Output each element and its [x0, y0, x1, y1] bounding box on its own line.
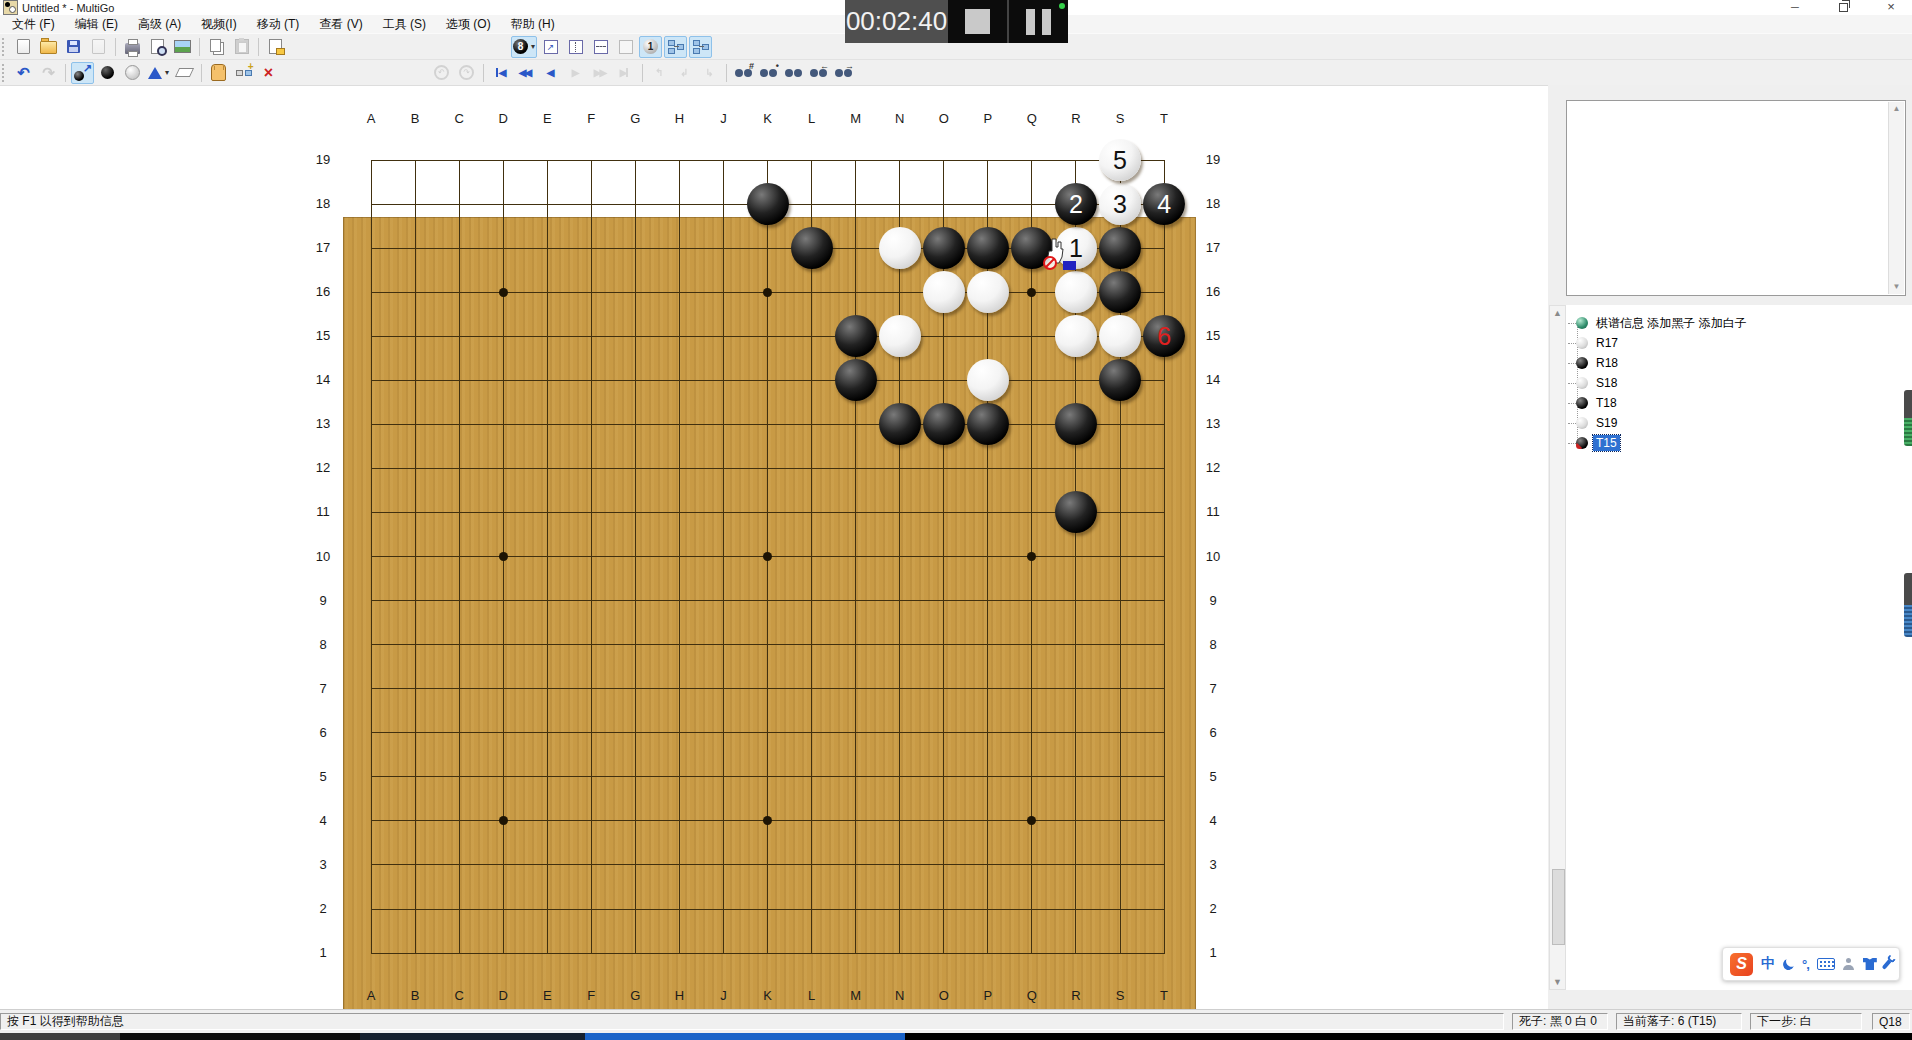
pan-hand-button[interactable] — [207, 62, 230, 84]
app-icon — [3, 0, 18, 15]
recording-stop-button[interactable] — [948, 0, 1007, 43]
find-next-button[interactable]: → — [832, 62, 855, 84]
new-file-button[interactable] — [12, 36, 35, 58]
recording-pause-button[interactable] — [1007, 0, 1068, 43]
tree-layout-button[interactable] — [689, 36, 712, 58]
find-next-icon: → — [835, 67, 852, 80]
dotted-board-icon — [569, 40, 583, 54]
add-white-stone-button[interactable] — [121, 62, 144, 84]
menu-item-帮助 (H)[interactable]: 帮助 (H) — [501, 15, 565, 34]
dashed-board-icon — [594, 40, 608, 54]
first-move-icon: ◀ — [495, 68, 507, 78]
eraser-button[interactable] — [173, 62, 196, 84]
find-button[interactable] — [782, 62, 805, 84]
show-current-number-button[interactable]: 1 — [639, 36, 662, 58]
properties-icon — [269, 39, 282, 54]
tree-move-icon — [693, 40, 709, 54]
new-file-icon — [17, 39, 30, 54]
taskbar-segment — [360, 1033, 585, 1040]
save-disk-icon — [67, 40, 80, 53]
taskbar-segment — [585, 1033, 905, 1040]
prev-variation-button[interactable]: ↲ — [673, 62, 696, 84]
insert-node-button[interactable]: + — [232, 62, 255, 84]
numbered-stone-icon: 8 — [513, 39, 528, 54]
tree-connector — [1568, 343, 1576, 344]
ime-toolbar: S 中 °, — [1722, 947, 1900, 981]
multigo-window: Untitled * - MultiGo ─ × 文件 (F)编辑 (E)高级 … — [0, 0, 1912, 1040]
taskbar-segment — [905, 1033, 1912, 1040]
back-icon: ◀ — [547, 68, 555, 78]
redo-icon: ↷ — [42, 65, 55, 80]
root-node-icon — [1576, 317, 1588, 329]
comment-box[interactable]: ▲ ▼ — [1566, 100, 1906, 296]
board-scroll-up-icon[interactable]: ▲ — [1550, 308, 1565, 318]
stone-one-icon: 1 — [643, 39, 658, 54]
comment-scrollbar[interactable]: ▲ ▼ — [1888, 102, 1904, 294]
goban[interactable] — [343, 217, 1196, 1040]
fast-back-icon: ◀◀ — [519, 68, 532, 78]
game-tree-view-button[interactable] — [664, 36, 687, 58]
redo-button[interactable]: ↷ — [37, 62, 60, 84]
export-image-button[interactable] — [171, 36, 194, 58]
tree-node-label: T18 — [1593, 395, 1620, 411]
tree-node-T15[interactable]: T15 — [1568, 433, 1620, 453]
printer-icon — [125, 43, 140, 54]
find-prev-icon: ← — [810, 67, 827, 80]
menu-item-高级 (A)[interactable]: 高级 (A) — [128, 15, 191, 34]
go-first-move-button[interactable]: ◀ — [489, 62, 512, 84]
delete-x-icon: × — [264, 65, 273, 81]
taskbar-segment — [120, 1033, 360, 1040]
show-node-marks-button[interactable] — [589, 36, 612, 58]
marker-triangle-icon — [148, 67, 162, 79]
open-file-button[interactable] — [37, 36, 60, 58]
close-button[interactable]: × — [1874, 0, 1908, 15]
next-variation-icon: ↳ — [705, 68, 713, 78]
rotate-left-button[interactable]: ↶ — [430, 62, 453, 84]
hand-icon — [211, 64, 226, 81]
stone-node-icon-current — [1576, 437, 1588, 449]
fast-forward-icon: ▶▶ — [594, 68, 607, 78]
show-variation-marks-button[interactable] — [564, 36, 587, 58]
move-number-display-button[interactable]: 8 ▾ — [511, 36, 537, 58]
scroll-down-icon[interactable]: ▼ — [1889, 280, 1904, 294]
stop-icon — [965, 9, 990, 34]
status-help: 按 F1 以得到帮助信息 — [0, 1013, 1504, 1030]
add-marker-button[interactable]: ▾ — [146, 62, 171, 84]
tree-connector — [1568, 423, 1576, 424]
edge-tab-green[interactable] — [1904, 390, 1912, 446]
branch-up-icon: ↰ — [655, 68, 663, 78]
board-scroll-down-icon[interactable]: ▼ — [1550, 977, 1565, 987]
find-point-icon: • — [760, 67, 777, 80]
tree-node-label: R18 — [1593, 355, 1621, 371]
board-client-area — [0, 85, 1548, 1010]
prev-variation-icon: ↲ — [680, 68, 688, 78]
copy-button[interactable] — [205, 36, 228, 58]
status-next-move: 下一步: 白 — [1750, 1013, 1862, 1030]
toolbar-grip2[interactable] — [2, 64, 8, 82]
recording-timer: 00:02:40 — [845, 0, 948, 43]
last-move-icon: ▶ — [620, 68, 632, 78]
board-scroll-thumb[interactable] — [1552, 869, 1565, 945]
tree-node-label: 棋谱信息 添加黑子 添加白子 — [1593, 314, 1750, 333]
tree-node-R18[interactable]: R18 — [1568, 353, 1621, 373]
menu-item-移动 (T)[interactable]: 移动 (T) — [247, 15, 310, 34]
delete-node-button[interactable]: × — [257, 62, 280, 84]
status-cursor-coord: Q18 — [1872, 1013, 1910, 1030]
image-icon — [174, 40, 191, 53]
tree-node-T18[interactable]: T18 — [1568, 393, 1620, 413]
paste-button[interactable] — [230, 36, 253, 58]
edge-tab-blue[interactable] — [1904, 573, 1912, 637]
save-all-button[interactable] — [87, 36, 110, 58]
tree-connector — [1568, 403, 1576, 404]
find-move-at-point-button[interactable]: • — [757, 62, 780, 84]
tree-connector — [1568, 363, 1576, 364]
go-last-move-button[interactable]: ▶ — [614, 62, 637, 84]
menu-item-文件 (F)[interactable]: 文件 (F) — [2, 15, 65, 34]
forward-10-moves-button[interactable]: ▶▶ — [589, 62, 612, 84]
statusbar: 按 F1 以得到帮助信息 死子: 黑 0 白 0 当前落子: 6 (T15) 下… — [0, 1009, 1912, 1034]
pause-icon — [1026, 9, 1051, 35]
screen-recorder-overlay: 00:02:40 — [845, 0, 1068, 43]
tree-node-label: S18 — [1593, 375, 1620, 391]
board-scrollbar[interactable]: ▲ ▼ — [1549, 305, 1566, 990]
empty-board-icon — [619, 40, 633, 54]
rotate-left-icon: ↶ — [434, 65, 449, 80]
tree-node-label: S19 — [1593, 415, 1620, 431]
rotate-right-icon: ↷ — [459, 65, 474, 80]
chevron-down-icon: ▾ — [531, 42, 535, 51]
tree-node-root[interactable]: 棋谱信息 添加黑子 添加白子 — [1568, 313, 1750, 333]
menu-item-视频(I)[interactable]: 视频(I) — [191, 15, 246, 34]
stone-node-icon-black — [1576, 357, 1588, 369]
board-orientation-button[interactable]: ↗ — [539, 36, 562, 58]
branch-up-button[interactable]: ↰ — [648, 62, 671, 84]
rotate-right-button[interactable]: ↷ — [455, 62, 478, 84]
punctuation-icon[interactable]: °, — [1802, 957, 1809, 972]
black-stone-icon — [101, 66, 114, 79]
recording-indicator-dot — [1059, 3, 1065, 9]
undo-icon: ↶ — [17, 65, 30, 80]
scroll-up-icon[interactable]: ▲ — [1889, 102, 1904, 116]
tree-node-label: T15 — [1593, 435, 1620, 451]
copy-icon — [210, 39, 221, 52]
toolbar-grip[interactable] — [2, 38, 8, 56]
undo-button[interactable]: ↶ — [12, 62, 35, 84]
back-10-moves-button[interactable]: ◀◀ — [514, 62, 537, 84]
paste-icon — [235, 39, 249, 54]
tree-node-R17[interactable]: R17 — [1568, 333, 1621, 353]
menu-item-选项 (O)[interactable]: 选项 (O) — [436, 15, 501, 34]
save-all-icon — [92, 39, 105, 54]
insert-node-icon: + — [236, 66, 252, 79]
next-variation-button[interactable]: ↳ — [698, 62, 721, 84]
add-black-stone-button[interactable] — [96, 62, 119, 84]
tree-connector — [1568, 323, 1576, 324]
stone-arrow-icon: ↗ — [74, 65, 91, 81]
game-tree-panel: 棋谱信息 添加黑子 添加白子R17R18S18T18S19T15 — [1566, 305, 1912, 990]
find-move-by-number-button[interactable]: # — [732, 62, 755, 84]
back-one-move-button[interactable]: ◀ — [539, 62, 562, 84]
stone-node-icon-black — [1576, 397, 1588, 409]
restore-button[interactable] — [1826, 0, 1860, 15]
full-half-width-icon[interactable] — [1781, 957, 1795, 971]
tree-connector — [1568, 383, 1576, 384]
plain-board-button[interactable] — [614, 36, 637, 58]
taskbar-segment — [0, 1033, 120, 1040]
arrow-box-icon: ↗ — [544, 40, 558, 54]
marker-dropdown-icon[interactable]: ▾ — [165, 68, 169, 77]
chinese-mode-icon[interactable]: 中 — [1761, 955, 1775, 973]
game-info-button[interactable] — [264, 36, 287, 58]
white-stone-icon — [125, 65, 140, 80]
menu-item-工具 (S)[interactable]: 工具 (S) — [373, 15, 436, 34]
sogou-logo-icon[interactable]: S — [1730, 953, 1753, 976]
open-folder-icon — [40, 41, 57, 54]
tree-node-S19[interactable]: S19 — [1568, 413, 1620, 433]
toolbar-edit-navigate: ↶ ↷ ↗ ▾ + × ↶ ↷ ◀ ◀◀ ◀ ▶ ▶▶ ▶ ↰ ↲ ↳ # • … — [0, 59, 1912, 85]
tree-node-S18[interactable]: S18 — [1568, 373, 1620, 393]
find-number-icon: # — [735, 67, 752, 80]
stone-node-icon-white — [1576, 417, 1588, 429]
clipboard-icon[interactable] — [1843, 958, 1855, 970]
tree-node-label: R17 — [1593, 335, 1621, 351]
print-preview-button[interactable] — [146, 36, 169, 58]
stone-node-icon-white — [1576, 377, 1588, 389]
minimize-button[interactable]: ─ — [1778, 0, 1812, 15]
settings-wrench-icon[interactable] — [1881, 958, 1892, 970]
forward-one-move-button[interactable]: ▶ — [564, 62, 587, 84]
window-title: Untitled * - MultiGo — [22, 2, 114, 14]
eraser-icon — [175, 68, 194, 77]
status-captures: 死子: 黑 0 白 0 — [1512, 1013, 1608, 1030]
tree-icon — [668, 40, 684, 54]
skin-icon[interactable] — [1863, 958, 1877, 970]
menu-item-编辑 (E)[interactable]: 编辑 (E) — [65, 15, 128, 34]
save-button[interactable] — [62, 36, 85, 58]
mouse-cursor-no-drop — [1042, 238, 1070, 274]
forward-icon: ▶ — [572, 68, 580, 78]
soft-keyboard-icon[interactable] — [1817, 958, 1835, 970]
find-icon — [785, 67, 802, 80]
print-button[interactable] — [121, 36, 144, 58]
menu-item-查看 (V)[interactable]: 查看 (V) — [309, 15, 372, 34]
stone-node-icon-white — [1576, 337, 1588, 349]
tree-connector — [1568, 443, 1576, 444]
find-previous-button[interactable]: ← — [807, 62, 830, 84]
play-mode-button[interactable]: ↗ — [71, 62, 94, 84]
status-current-move: 当前落子: 6 (T15) — [1616, 1013, 1742, 1030]
print-preview-icon — [151, 39, 164, 54]
